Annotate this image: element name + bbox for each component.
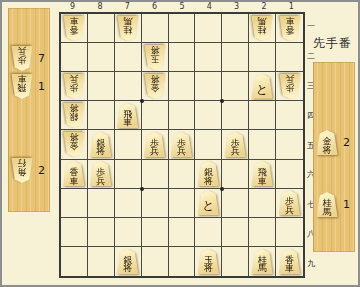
square-1-七[interactable]: 歩 兵 <box>276 189 303 218</box>
sente-rook-piece[interactable]: 飛 車 <box>251 161 273 186</box>
square-5-六[interactable] <box>169 160 196 189</box>
column-label: 8 <box>86 2 113 12</box>
square-3-四[interactable] <box>222 101 249 130</box>
square-7-二[interactable] <box>115 43 142 72</box>
square-9-七[interactable] <box>61 189 88 218</box>
square-3-六[interactable] <box>222 160 249 189</box>
square-4-五[interactable] <box>195 130 222 159</box>
sente-tokin-piece[interactable]: と <box>197 190 219 215</box>
piece-kanji: 玉 将 <box>150 45 159 63</box>
square-1-六[interactable] <box>276 160 303 189</box>
sente-knight-piece[interactable]: 桂 馬 <box>316 192 338 217</box>
turn-indicator: 先手番 <box>313 35 359 52</box>
gote-silver-piece[interactable]: 銀 将 <box>63 103 85 128</box>
piece-kanji: 銀 将 <box>204 168 213 186</box>
gote-hand-pawn[interactable]: 歩 兵7 <box>11 46 45 71</box>
square-3-八[interactable] <box>222 218 249 247</box>
piece-kanji: 金 将 <box>150 74 159 92</box>
square-7-八[interactable] <box>115 218 142 247</box>
shogi-board: 香 車桂 馬桂 馬香 車玉 将歩 兵金 将と歩 兵銀 将飛 車金 将銀 将歩 兵… <box>59 12 305 278</box>
sente-hand-gold[interactable]: 金 将2 <box>316 130 350 155</box>
square-1-一[interactable]: 香 車 <box>276 14 303 43</box>
piece-kanji: 桂 馬 <box>323 199 332 217</box>
piece-kanji: 金 将 <box>323 137 332 155</box>
hand-count: 7 <box>38 52 45 65</box>
gote-pawn-piece[interactable]: 歩 兵 <box>279 74 301 99</box>
square-8-三[interactable] <box>88 72 115 101</box>
square-7-六[interactable] <box>115 160 142 189</box>
square-8-六[interactable]: 歩 兵 <box>88 160 115 189</box>
sente-rook-piece[interactable]: 飛 車 <box>117 103 139 128</box>
row-label: 九 <box>306 249 316 279</box>
square-4-四[interactable] <box>195 101 222 130</box>
gote-lance-piece[interactable]: 香 車 <box>279 16 301 41</box>
shogi-diagram: 歩 兵7飛 車1角 行2 987654321 香 車桂 馬桂 馬香 車玉 将歩 … <box>0 0 360 287</box>
sente-gold-piece[interactable]: 金 将 <box>316 130 338 155</box>
square-8-九[interactable] <box>88 247 115 276</box>
sente-pawn-piece[interactable]: 歩 兵 <box>170 132 192 157</box>
piece-kanji: 飛 車 <box>18 74 27 92</box>
column-label: 5 <box>168 2 195 12</box>
hand-count: 1 <box>38 80 45 93</box>
sente-pawn-piece[interactable]: 歩 兵 <box>224 132 246 157</box>
square-1-八[interactable] <box>276 218 303 247</box>
piece-kanji: 歩 兵 <box>150 139 159 157</box>
square-9-一[interactable]: 香 車 <box>61 14 88 43</box>
piece-kanji: 銀 将 <box>123 256 132 274</box>
sente-knight-piece[interactable]: 桂 馬 <box>251 249 273 274</box>
gote-hand-rook[interactable]: 飛 車1 <box>11 74 45 99</box>
square-6-九[interactable] <box>142 247 169 276</box>
piece-kanji: 香 車 <box>285 16 294 34</box>
square-9-三[interactable]: 歩 兵 <box>61 72 88 101</box>
gote-knight-piece[interactable]: 桂 馬 <box>117 16 139 41</box>
column-label: 9 <box>59 2 86 12</box>
gote-pawn-piece[interactable]: 歩 兵 <box>11 46 33 71</box>
square-5-一[interactable] <box>169 14 196 43</box>
sente-silver-piece[interactable]: 銀 将 <box>90 132 112 157</box>
square-5-七[interactable] <box>169 189 196 218</box>
square-8-七[interactable] <box>88 189 115 218</box>
sente-pawn-piece[interactable]: 歩 兵 <box>90 161 112 186</box>
square-2-四[interactable] <box>249 101 276 130</box>
square-9-九[interactable] <box>61 247 88 276</box>
sente-lance-piece[interactable]: 香 車 <box>279 249 301 274</box>
square-6-八[interactable] <box>142 218 169 247</box>
square-9-五[interactable]: 金 将 <box>61 130 88 159</box>
square-7-一[interactable]: 桂 馬 <box>115 14 142 43</box>
square-2-三[interactable]: と <box>249 72 276 101</box>
piece-kanji: 桂 馬 <box>258 256 267 274</box>
column-label: 2 <box>250 2 277 12</box>
piece-kanji: 歩 兵 <box>231 139 240 157</box>
sente-pawn-piece[interactable]: 歩 兵 <box>144 132 166 157</box>
square-4-三[interactable] <box>195 72 222 101</box>
square-6-三[interactable]: 金 将 <box>142 72 169 101</box>
square-3-一[interactable] <box>222 14 249 43</box>
piece-kanji: 歩 兵 <box>177 139 186 157</box>
gote-bishop-piece[interactable]: 角 行 <box>11 158 33 183</box>
square-4-二[interactable] <box>195 43 222 72</box>
hand-count: 1 <box>343 198 350 211</box>
square-2-七[interactable] <box>249 189 276 218</box>
square-4-九[interactable]: 玉 将 <box>195 247 222 276</box>
square-5-九[interactable] <box>169 247 196 276</box>
square-7-七[interactable] <box>115 189 142 218</box>
gote-gold-piece[interactable]: 金 将 <box>144 74 166 99</box>
column-label: 1 <box>278 2 305 12</box>
hand-count: 2 <box>38 164 45 177</box>
square-9-二[interactable] <box>61 43 88 72</box>
square-7-五[interactable] <box>115 130 142 159</box>
square-8-一[interactable] <box>88 14 115 43</box>
square-8-二[interactable] <box>88 43 115 72</box>
piece-kanji: 金 将 <box>69 132 78 150</box>
square-4-一[interactable] <box>195 14 222 43</box>
square-7-三[interactable] <box>115 72 142 101</box>
square-7-四[interactable]: 飛 車 <box>115 101 142 130</box>
gote-rook-piece[interactable]: 飛 車 <box>11 74 33 99</box>
column-label: 6 <box>141 2 168 12</box>
column-label: 7 <box>114 2 141 12</box>
square-6-七[interactable] <box>142 189 169 218</box>
gote-hand-tray: 歩 兵7飛 車1角 行2 <box>8 8 50 212</box>
square-1-三[interactable]: 歩 兵 <box>276 72 303 101</box>
piece-kanji: 銀 将 <box>96 139 105 157</box>
column-label: 3 <box>223 2 250 12</box>
piece-kanji: 銀 将 <box>69 103 78 121</box>
piece-kanji: 香 車 <box>69 16 78 34</box>
square-8-五[interactable]: 銀 将 <box>88 130 115 159</box>
square-1-九[interactable]: 香 車 <box>276 247 303 276</box>
square-2-八[interactable] <box>249 218 276 247</box>
piece-kanji: 桂 馬 <box>123 16 132 34</box>
hand-count: 2 <box>343 136 350 149</box>
square-3-九[interactable] <box>222 247 249 276</box>
square-2-一[interactable]: 桂 馬 <box>249 14 276 43</box>
sente-pawn-piece[interactable]: 歩 兵 <box>279 190 301 215</box>
sente-silver-piece[interactable]: 銀 将 <box>197 161 219 186</box>
gote-king-piece[interactable]: 玉 将 <box>144 45 166 70</box>
square-3-三[interactable] <box>222 72 249 101</box>
gote-lance-piece[interactable]: 香 車 <box>63 16 85 41</box>
square-8-八[interactable] <box>88 218 115 247</box>
square-6-六[interactable] <box>142 160 169 189</box>
square-4-六[interactable]: 銀 将 <box>195 160 222 189</box>
square-3-二[interactable] <box>222 43 249 72</box>
piece-kanji: 歩 兵 <box>18 46 27 64</box>
square-5-四[interactable] <box>169 101 196 130</box>
square-9-八[interactable] <box>61 218 88 247</box>
square-3-七[interactable] <box>222 189 249 218</box>
piece-kanji: 歩 兵 <box>96 168 105 186</box>
square-3-五[interactable]: 歩 兵 <box>222 130 249 159</box>
column-labels: 987654321 <box>59 2 305 12</box>
column-label: 4 <box>196 2 223 12</box>
piece-kanji: 飛 車 <box>258 168 267 186</box>
square-2-五[interactable] <box>249 130 276 159</box>
piece-kanji: と <box>256 83 268 99</box>
gote-pawn-piece[interactable]: 歩 兵 <box>63 74 85 99</box>
square-2-六[interactable]: 飛 車 <box>249 160 276 189</box>
square-6-五[interactable]: 歩 兵 <box>142 130 169 159</box>
piece-kanji: と <box>202 199 214 215</box>
piece-kanji: 玉 将 <box>204 256 213 274</box>
sente-king-piece[interactable]: 玉 将 <box>197 249 219 274</box>
square-5-八[interactable] <box>169 218 196 247</box>
square-6-四[interactable] <box>142 101 169 130</box>
square-1-四[interactable] <box>276 101 303 130</box>
piece-kanji: 歩 兵 <box>285 197 294 215</box>
square-6-一[interactable] <box>142 14 169 43</box>
square-4-八[interactable] <box>195 218 222 247</box>
square-2-二[interactable] <box>249 43 276 72</box>
square-1-二[interactable] <box>276 43 303 72</box>
square-6-二[interactable]: 玉 将 <box>142 43 169 72</box>
piece-kanji: 香 車 <box>285 256 294 274</box>
square-5-五[interactable]: 歩 兵 <box>169 130 196 159</box>
gote-gold-piece[interactable]: 金 将 <box>63 132 85 157</box>
piece-kanji: 歩 兵 <box>69 74 78 92</box>
square-5-二[interactable] <box>169 43 196 72</box>
square-1-五[interactable] <box>276 130 303 159</box>
piece-kanji: 歩 兵 <box>285 74 294 92</box>
piece-kanji: 飛 車 <box>123 110 132 128</box>
square-4-七[interactable]: と <box>195 189 222 218</box>
sente-hand-knight[interactable]: 桂 馬1 <box>316 192 350 217</box>
sente-tokin-piece[interactable]: と <box>251 74 273 99</box>
sente-silver-piece[interactable]: 銀 将 <box>117 249 139 274</box>
square-9-四[interactable]: 銀 将 <box>61 101 88 130</box>
piece-kanji: 香 車 <box>69 168 78 186</box>
gote-hand-bishop[interactable]: 角 行2 <box>11 158 45 183</box>
square-9-六[interactable]: 香 車 <box>61 160 88 189</box>
sente-lance-piece[interactable]: 香 車 <box>63 161 85 186</box>
gote-knight-piece[interactable]: 桂 馬 <box>251 16 273 41</box>
sente-hand-tray: 金 将2桂 馬1 <box>313 62 355 252</box>
square-2-九[interactable]: 桂 馬 <box>249 247 276 276</box>
piece-kanji: 角 行 <box>18 158 27 176</box>
square-7-九[interactable]: 銀 将 <box>115 247 142 276</box>
square-5-三[interactable] <box>169 72 196 101</box>
piece-kanji: 桂 馬 <box>258 16 267 34</box>
square-8-四[interactable] <box>88 101 115 130</box>
